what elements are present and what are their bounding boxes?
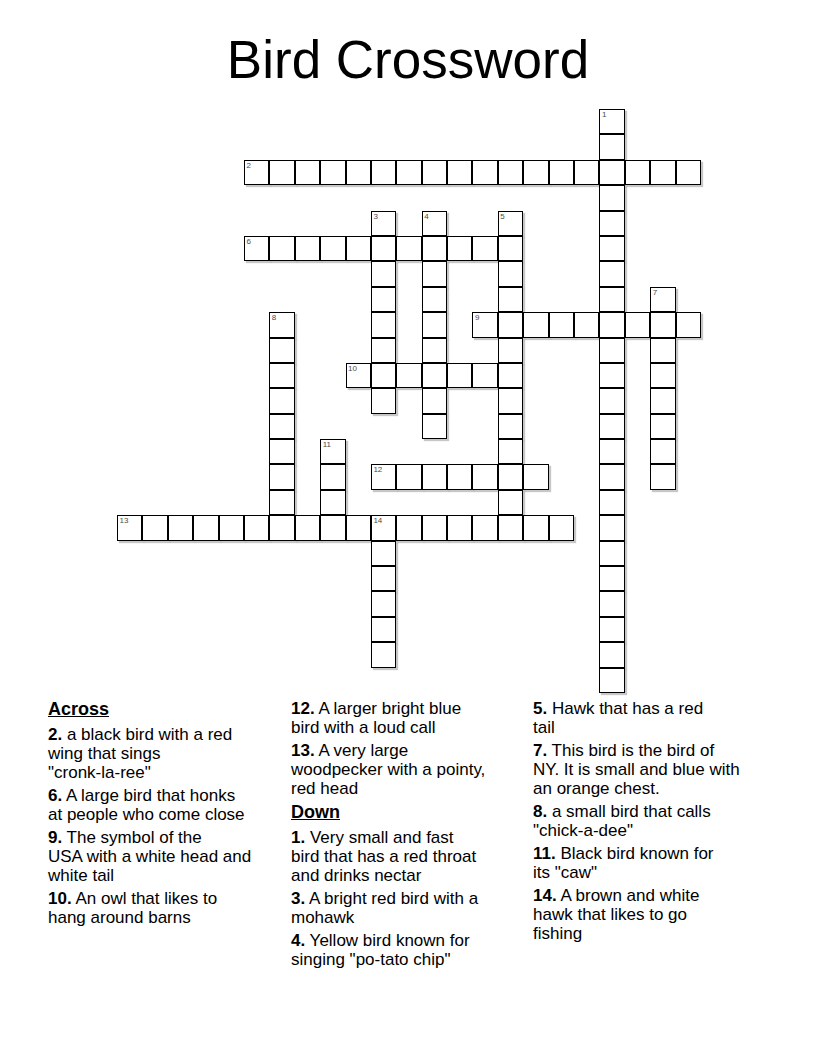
clue-item-number: 5. xyxy=(533,699,547,718)
cell-r16c1[interactable] xyxy=(142,515,167,540)
clue-item-number: 6. xyxy=(48,786,62,805)
cell-r9c6[interactable] xyxy=(269,338,294,363)
clue-item-text: An owl that likes to hang around barns xyxy=(48,889,217,927)
cell-r10c10[interactable] xyxy=(371,363,396,388)
cell-r17c19[interactable] xyxy=(599,541,624,566)
clue-item: 4. Yellow bird known for singing "po-tat… xyxy=(291,931,536,969)
cell-r16c14[interactable] xyxy=(472,515,497,540)
cell-r5c10[interactable] xyxy=(371,236,396,261)
cell-r16c19[interactable] xyxy=(599,515,624,540)
cell-r15c6[interactable] xyxy=(269,490,294,515)
cell-r11c12[interactable] xyxy=(422,388,447,413)
cell-r21c10[interactable] xyxy=(371,642,396,667)
clue-item-text: A very large woodpecker with a pointy, r… xyxy=(291,741,485,798)
cell-r14c8[interactable] xyxy=(320,464,345,489)
cell-r9c15[interactable] xyxy=(498,338,523,363)
cell-r2c7[interactable] xyxy=(295,160,320,185)
cell-r3c19[interactable] xyxy=(599,185,624,210)
cell-r2c10[interactable] xyxy=(371,160,396,185)
clue-item-text: The symbol of the USA with a white head … xyxy=(48,828,251,885)
cell-r4c12[interactable]: 4 xyxy=(422,211,447,236)
clue-list-heading: Across xyxy=(48,699,293,720)
cell-r5c9[interactable] xyxy=(346,236,371,261)
cell-r14c6[interactable] xyxy=(269,464,294,489)
clue-number: 12 xyxy=(373,465,382,474)
cell-r12c19[interactable] xyxy=(599,414,624,439)
cell-r5c14[interactable] xyxy=(472,236,497,261)
cell-r16c7[interactable] xyxy=(295,515,320,540)
cell-r16c6[interactable] xyxy=(269,515,294,540)
clue-item-number: 3. xyxy=(291,889,305,908)
cell-r8c6[interactable]: 8 xyxy=(269,312,294,337)
crossword-grid: 1234567891011121314 xyxy=(117,109,701,693)
cell-r14c14[interactable] xyxy=(472,464,497,489)
cell-r16c16[interactable] xyxy=(523,515,548,540)
clue-item: 14. A brown and white hawk that likes to… xyxy=(533,886,778,943)
cell-r10c15[interactable] xyxy=(498,363,523,388)
cell-r13c21[interactable] xyxy=(650,439,675,464)
clue-item-text: A larger bright blue bird with a loud ca… xyxy=(291,699,461,737)
cell-r4c19[interactable] xyxy=(599,211,624,236)
cell-r10c12[interactable] xyxy=(422,363,447,388)
cell-r6c15[interactable] xyxy=(498,261,523,286)
clue-column: 12. A larger bright blue bird with a lou… xyxy=(291,699,536,973)
cell-r13c8[interactable]: 11 xyxy=(320,439,345,464)
clue-item-text: Yellow bird known for singing "po-tato c… xyxy=(291,931,470,969)
cell-r20c19[interactable] xyxy=(599,617,624,642)
cell-r9c12[interactable] xyxy=(422,338,447,363)
cell-r2c17[interactable] xyxy=(549,160,574,185)
cell-r14c19[interactable] xyxy=(599,464,624,489)
cell-r6c19[interactable] xyxy=(599,261,624,286)
cell-r8c20[interactable] xyxy=(625,312,650,337)
cell-r2c21[interactable] xyxy=(650,160,675,185)
clue-item: 6. A large bird that honks at people who… xyxy=(48,786,293,824)
cell-r8c12[interactable] xyxy=(422,312,447,337)
cell-r16c12[interactable] xyxy=(422,515,447,540)
clue-item-text: a black bird with a red wing that sings … xyxy=(48,725,232,782)
cell-r10c9[interactable]: 10 xyxy=(346,363,371,388)
cell-r2c8[interactable] xyxy=(320,160,345,185)
cell-r11c21[interactable] xyxy=(650,388,675,413)
clue-item-text: Very small and fast bird that has a red … xyxy=(291,828,476,885)
cell-r16c10[interactable]: 14 xyxy=(371,515,396,540)
clue-item: 10. An owl that likes to hang around bar… xyxy=(48,889,293,927)
cell-r21c19[interactable] xyxy=(599,642,624,667)
cell-r4c15[interactable]: 5 xyxy=(498,211,523,236)
cell-r7c12[interactable] xyxy=(422,287,447,312)
clue-number: 9 xyxy=(475,313,479,322)
cell-r5c8[interactable] xyxy=(320,236,345,261)
cell-r10c21[interactable] xyxy=(650,363,675,388)
cell-r15c19[interactable] xyxy=(599,490,624,515)
cell-r2c20[interactable] xyxy=(625,160,650,185)
clue-number: 1 xyxy=(602,110,606,119)
cell-r5c15[interactable] xyxy=(498,236,523,261)
cell-r12c6[interactable] xyxy=(269,414,294,439)
cell-r2c11[interactable] xyxy=(396,160,421,185)
cell-r11c19[interactable] xyxy=(599,388,624,413)
cell-r7c19[interactable] xyxy=(599,287,624,312)
cell-r11c6[interactable] xyxy=(269,388,294,413)
cell-r14c10[interactable]: 12 xyxy=(371,464,396,489)
clue-item: 13. A very large woodpecker with a point… xyxy=(291,741,536,798)
clue-item: 1. Very small and fast bird that has a r… xyxy=(291,828,536,885)
cell-r5c12[interactable] xyxy=(422,236,447,261)
cell-r5c7[interactable] xyxy=(295,236,320,261)
cell-r8c17[interactable] xyxy=(549,312,574,337)
clue-item-number: 8. xyxy=(533,802,547,821)
cell-r16c0[interactable]: 13 xyxy=(117,515,142,540)
cell-r19c19[interactable] xyxy=(599,591,624,616)
cell-r12c15[interactable] xyxy=(498,414,523,439)
clue-item-number: 1. xyxy=(291,828,305,847)
cell-r8c15[interactable] xyxy=(498,312,523,337)
clue-number: 13 xyxy=(120,516,129,525)
cell-r2c13[interactable] xyxy=(447,160,472,185)
clue-column: 5. Hawk that has a red tail7. This bird … xyxy=(533,699,778,947)
cell-r14c16[interactable] xyxy=(523,464,548,489)
clue-item: 11. Black bird known for its "caw" xyxy=(533,844,778,882)
clue-item: 7. This bird is the bird of NY. It is sm… xyxy=(533,741,778,798)
cell-r16c2[interactable] xyxy=(168,515,193,540)
cell-r12c21[interactable] xyxy=(650,414,675,439)
cell-r10c19[interactable] xyxy=(599,363,624,388)
cell-r11c10[interactable] xyxy=(371,388,396,413)
cell-r16c9[interactable] xyxy=(346,515,371,540)
cell-r16c13[interactable] xyxy=(447,515,472,540)
cell-r2c14[interactable] xyxy=(472,160,497,185)
cell-r2c22[interactable] xyxy=(676,160,701,185)
clue-number: 5 xyxy=(500,212,504,221)
cell-r13c19[interactable] xyxy=(599,439,624,464)
clue-number: 14 xyxy=(373,516,382,525)
cell-r15c8[interactable] xyxy=(320,490,345,515)
cell-r2c15[interactable] xyxy=(498,160,523,185)
clue-item: 9. The symbol of the USA with a white he… xyxy=(48,828,293,885)
cell-r6c10[interactable] xyxy=(371,261,396,286)
cell-r10c6[interactable] xyxy=(269,363,294,388)
cell-r8c21[interactable] xyxy=(650,312,675,337)
clue-item-number: 13. xyxy=(291,741,315,760)
cell-r1c19[interactable] xyxy=(599,134,624,159)
clue-item-number: 14. xyxy=(533,886,557,905)
clue-item-number: 11. xyxy=(533,844,556,863)
page: Bird Crossword 1234567891011121314 Acros… xyxy=(0,0,816,1056)
cell-r10c11[interactable] xyxy=(396,363,421,388)
clue-number: 10 xyxy=(348,364,357,373)
cell-r16c5[interactable] xyxy=(244,515,269,540)
cell-r5c13[interactable] xyxy=(447,236,472,261)
cell-r9c19[interactable] xyxy=(599,338,624,363)
cell-r5c19[interactable] xyxy=(599,236,624,261)
cell-r8c19[interactable] xyxy=(599,312,624,337)
clue-number: 7 xyxy=(653,288,657,297)
clue-item-number: 12. xyxy=(291,699,315,718)
cell-r16c17[interactable] xyxy=(549,515,574,540)
clue-item-number: 7. xyxy=(533,741,547,760)
cell-r8c18[interactable] xyxy=(574,312,599,337)
cell-r2c12[interactable] xyxy=(422,160,447,185)
cell-r16c8[interactable] xyxy=(320,515,345,540)
cell-r11c15[interactable] xyxy=(498,388,523,413)
cell-r16c15[interactable] xyxy=(498,515,523,540)
cell-r6c12[interactable] xyxy=(422,261,447,286)
cell-r2c16[interactable] xyxy=(523,160,548,185)
cell-r12c12[interactable] xyxy=(422,414,447,439)
puzzle-title: Bird Crossword xyxy=(0,33,816,87)
cell-r7c15[interactable] xyxy=(498,287,523,312)
clue-number: 11 xyxy=(323,440,331,449)
clue-item-text: a small bird that calls "chick-a-dee" xyxy=(533,802,711,840)
cell-r13c15[interactable] xyxy=(498,439,523,464)
cell-r2c9[interactable] xyxy=(346,160,371,185)
clue-number: 4 xyxy=(424,212,428,221)
cell-r13c6[interactable] xyxy=(269,439,294,464)
clue-item-text: A bright red bird with a mohawk xyxy=(291,889,478,927)
cell-r5c5[interactable]: 6 xyxy=(244,236,269,261)
cell-r16c11[interactable] xyxy=(396,515,421,540)
cell-r14c13[interactable] xyxy=(447,464,472,489)
clue-number: 2 xyxy=(246,161,250,170)
cell-r14c11[interactable] xyxy=(396,464,421,489)
clue-item-text: Hawk that has a red tail xyxy=(533,699,703,737)
cell-r10c13[interactable] xyxy=(447,363,472,388)
cell-r8c14[interactable]: 9 xyxy=(472,312,497,337)
clue-item: 12. A larger bright blue bird with a lou… xyxy=(291,699,536,737)
cell-r9c21[interactable] xyxy=(650,338,675,363)
cell-r2c5[interactable]: 2 xyxy=(244,160,269,185)
cell-r7c21[interactable]: 7 xyxy=(650,287,675,312)
cell-r8c10[interactable] xyxy=(371,312,396,337)
clue-item-number: 10. xyxy=(48,889,72,908)
cell-r18c10[interactable] xyxy=(371,566,396,591)
cell-r5c6[interactable] xyxy=(269,236,294,261)
clue-item-text: This bird is the bird of NY. It is small… xyxy=(533,741,740,798)
clue-list-heading: Down xyxy=(291,802,536,823)
clue-number: 6 xyxy=(246,237,250,246)
cell-r16c4[interactable] xyxy=(219,515,244,540)
cell-r15c15[interactable] xyxy=(498,490,523,515)
cell-r19c10[interactable] xyxy=(371,591,396,616)
clue-item-number: 9. xyxy=(48,828,62,847)
clue-number: 3 xyxy=(373,212,377,221)
cell-r9c10[interactable] xyxy=(371,338,396,363)
clue-item-number: 4. xyxy=(291,931,305,950)
clue-item-text: A brown and white hawk that likes to go … xyxy=(533,886,699,943)
cell-r5c11[interactable] xyxy=(396,236,421,261)
cell-r0c19[interactable]: 1 xyxy=(599,109,624,134)
clue-number: 8 xyxy=(272,313,276,322)
cell-r14c21[interactable] xyxy=(650,464,675,489)
clue-item: 5. Hawk that has a red tail xyxy=(533,699,778,737)
clue-item: 2. a black bird with a red wing that sin… xyxy=(48,725,293,782)
cell-r22c19[interactable] xyxy=(599,668,624,693)
cell-r2c6[interactable] xyxy=(269,160,294,185)
cell-r20c10[interactable] xyxy=(371,617,396,642)
cell-r8c16[interactable] xyxy=(523,312,548,337)
clue-item-number: 2. xyxy=(48,725,62,744)
cell-r8c22[interactable] xyxy=(676,312,701,337)
clue-item-text: Black bird known for its "caw" xyxy=(533,844,714,882)
cell-r18c19[interactable] xyxy=(599,566,624,591)
cell-r14c15[interactable] xyxy=(498,464,523,489)
clue-item-text: A large bird that honks at people who co… xyxy=(48,786,245,824)
cell-r14c12[interactable] xyxy=(422,464,447,489)
clue-item: 8. a small bird that calls "chick-a-dee" xyxy=(533,802,778,840)
cell-r16c3[interactable] xyxy=(193,515,218,540)
cell-r10c14[interactable] xyxy=(472,363,497,388)
cell-r4c10[interactable]: 3 xyxy=(371,211,396,236)
cell-r2c18[interactable] xyxy=(574,160,599,185)
clue-column: Across2. a black bird with a red wing th… xyxy=(48,699,293,931)
clue-item: 3. A bright red bird with a mohawk xyxy=(291,889,536,927)
cell-r2c19[interactable] xyxy=(599,160,624,185)
cell-r7c10[interactable] xyxy=(371,287,396,312)
cell-r17c10[interactable] xyxy=(371,541,396,566)
